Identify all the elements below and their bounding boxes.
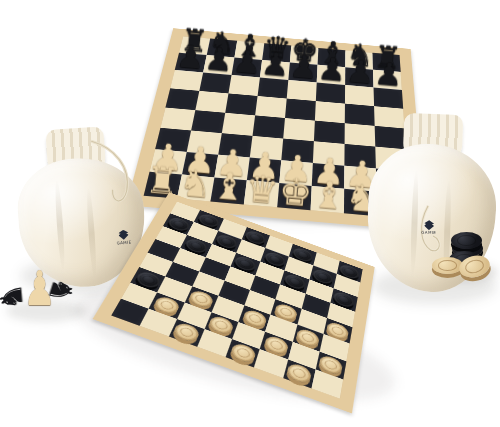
product-photo-scene: ♜♞♝♛♚♝♞♜♟♟♟♟♟♟♟♟♟♟♟♟♟♟♟♟♜♞♝♛♚♝♞♜ GAMIE G… (0, 0, 500, 427)
chess-square[interactable] (165, 88, 199, 110)
checker-natural[interactable] (326, 320, 349, 341)
chess-square[interactable] (225, 93, 257, 115)
chess-piece-black-pawn[interactable]: ♟ (367, 57, 409, 92)
chess-square[interactable] (255, 96, 287, 118)
brand-logo: GAMIE (416, 220, 443, 236)
chess-square[interactable] (160, 108, 195, 131)
brand-logo-text: GAMIE (416, 230, 442, 236)
chess-square[interactable] (195, 91, 228, 113)
chess-square[interactable] (170, 70, 203, 91)
checker-natural[interactable] (229, 342, 257, 365)
chess-square[interactable] (191, 110, 225, 133)
chess-square[interactable] (315, 101, 345, 123)
checkers-square[interactable] (180, 235, 211, 257)
chess-square[interactable] (283, 118, 315, 141)
loose-black-checker-stack-top[interactable] (451, 232, 482, 249)
chess-square[interactable] (285, 99, 316, 121)
checkers-board-area (128, 168, 372, 412)
checker-natural[interactable] (263, 334, 289, 356)
chess-square[interactable] (253, 115, 285, 138)
checker-natural[interactable] (286, 362, 312, 385)
chess-square[interactable] (345, 85, 374, 106)
chess-square[interactable] (287, 80, 317, 101)
brand-logo-icon (424, 220, 434, 230)
chess-square[interactable] (258, 78, 289, 99)
chess-square[interactable] (222, 113, 255, 136)
chess-square[interactable] (316, 82, 345, 103)
chess-square[interactable] (314, 121, 345, 144)
checkers-board[interactable] (93, 192, 375, 413)
chess-square[interactable] (199, 73, 231, 94)
chess-square[interactable] (228, 75, 259, 96)
right-drawstring-bag: GAMIE (365, 112, 500, 306)
checker-black[interactable] (292, 246, 314, 263)
chess-square[interactable] (374, 87, 404, 108)
